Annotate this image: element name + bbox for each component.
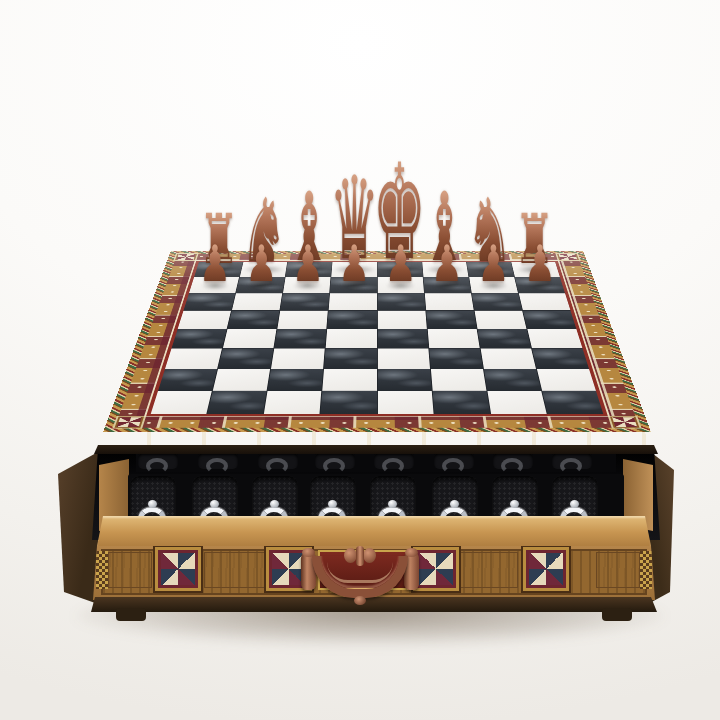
square-h5[interactable]	[523, 311, 576, 329]
handle-finial	[354, 596, 366, 605]
piece-copper-pawn-c7[interactable]: ♟	[290, 239, 326, 289]
corner-rosette	[175, 254, 197, 261]
drawer-back-slot-8[interactable]	[552, 453, 592, 469]
square-c2[interactable]	[268, 369, 324, 391]
stored-piece-top	[148, 500, 157, 508]
piece-copper-pawn-e7[interactable]: ♟	[383, 239, 419, 289]
stored-piece-top	[510, 500, 519, 508]
square-c4[interactable]	[275, 329, 327, 348]
box-side-left	[58, 452, 98, 604]
piece-copper-pawn-d7[interactable]: ♟	[336, 239, 372, 289]
square-b1[interactable]	[207, 391, 266, 414]
stored-piece-top	[270, 500, 279, 508]
square-e6[interactable]	[377, 293, 425, 310]
square-d2[interactable]	[323, 369, 377, 391]
square-c5[interactable]	[278, 311, 328, 329]
star-mosaic-tile	[526, 550, 566, 588]
stored-piece-top	[450, 500, 459, 508]
stored-piece-top	[388, 500, 397, 508]
drawer-back-slot-4[interactable]	[315, 453, 355, 469]
square-e5[interactable]	[377, 311, 426, 329]
star-mosaic-tile	[158, 550, 198, 588]
corner-rosette	[557, 254, 579, 261]
square-b3[interactable]	[218, 348, 273, 368]
square-f4[interactable]	[427, 329, 479, 348]
corner-rosette	[115, 417, 144, 428]
drawer-back-slot-3[interactable]	[258, 453, 298, 469]
square-h1[interactable]	[542, 391, 603, 414]
drawer-back-slot-2[interactable]	[198, 453, 238, 469]
square-h4[interactable]	[527, 329, 582, 348]
drawer-back-slot-6[interactable]	[434, 453, 474, 469]
square-g4[interactable]	[477, 329, 531, 348]
star-mosaic-tile	[416, 550, 456, 588]
square-g1[interactable]	[487, 391, 546, 414]
board-front-edge	[96, 431, 656, 446]
square-b5[interactable]	[228, 311, 280, 329]
square-a5[interactable]	[178, 311, 231, 329]
square-d4[interactable]	[326, 329, 377, 348]
scene: ♜♞♝♛♚♝♞♜♟♟♟♟♟♟♟♟	[0, 0, 720, 720]
square-a1[interactable]	[151, 391, 212, 414]
piece-copper-pawn-g7[interactable]: ♟	[475, 239, 511, 289]
drawer-back-slot-7[interactable]	[493, 453, 533, 469]
square-a4[interactable]	[172, 329, 227, 348]
square-e3[interactable]	[377, 348, 429, 368]
square-f2[interactable]	[431, 369, 487, 391]
drawer-tray-back	[136, 451, 616, 472]
square-h6[interactable]	[519, 293, 571, 310]
stored-piece-top	[210, 500, 219, 508]
drawer-back-slot-1[interactable]	[138, 453, 178, 469]
square-c3[interactable]	[271, 348, 325, 368]
square-h3[interactable]	[532, 348, 589, 368]
square-f3[interactable]	[429, 348, 483, 368]
stored-piece-top	[570, 500, 579, 508]
square-f1[interactable]	[432, 391, 490, 414]
drawer-rim[interactable]	[97, 516, 651, 546]
board-edge-shadow	[94, 445, 658, 454]
drawer-back-slot-5[interactable]	[374, 453, 414, 469]
wood-panel	[108, 552, 152, 588]
wood-panel	[456, 552, 518, 588]
square-c1[interactable]	[264, 391, 322, 414]
square-g3[interactable]	[480, 348, 535, 368]
foot-left	[116, 608, 146, 621]
square-e4[interactable]	[377, 329, 428, 348]
square-f5[interactable]	[426, 311, 476, 329]
square-g6[interactable]	[472, 293, 522, 310]
wood-panel	[596, 552, 640, 588]
square-a6[interactable]	[184, 293, 236, 310]
square-d6[interactable]	[329, 293, 377, 310]
square-b2[interactable]	[213, 369, 270, 391]
corner-rosette	[610, 417, 639, 428]
square-c6[interactable]	[280, 293, 329, 310]
square-h2[interactable]	[537, 369, 596, 391]
handle-crest	[344, 546, 376, 564]
square-d3[interactable]	[324, 348, 376, 368]
mosaic-cap-left	[96, 551, 108, 589]
drawer-handle[interactable]	[298, 546, 422, 604]
square-e2[interactable]	[377, 369, 431, 391]
square-g5[interactable]	[474, 311, 526, 329]
square-g2[interactable]	[484, 369, 541, 391]
square-b4[interactable]	[223, 329, 277, 348]
piece-copper-pawn-a7[interactable]: ♟	[197, 239, 233, 289]
square-a2[interactable]	[158, 369, 217, 391]
piece-copper-pawn-h7[interactable]: ♟	[522, 239, 558, 289]
stored-piece-top	[328, 500, 337, 508]
piece-copper-pawn-b7[interactable]: ♟	[243, 239, 279, 289]
square-e1[interactable]	[377, 391, 433, 414]
square-f6[interactable]	[425, 293, 474, 310]
square-b6[interactable]	[232, 293, 282, 310]
square-d5[interactable]	[328, 311, 377, 329]
square-d1[interactable]	[321, 391, 377, 414]
square-a3[interactable]	[165, 348, 222, 368]
foot-right	[602, 608, 632, 621]
piece-copper-pawn-f7[interactable]: ♟	[429, 239, 465, 289]
mosaic-cap-right	[640, 551, 652, 589]
wood-panel	[204, 552, 266, 588]
